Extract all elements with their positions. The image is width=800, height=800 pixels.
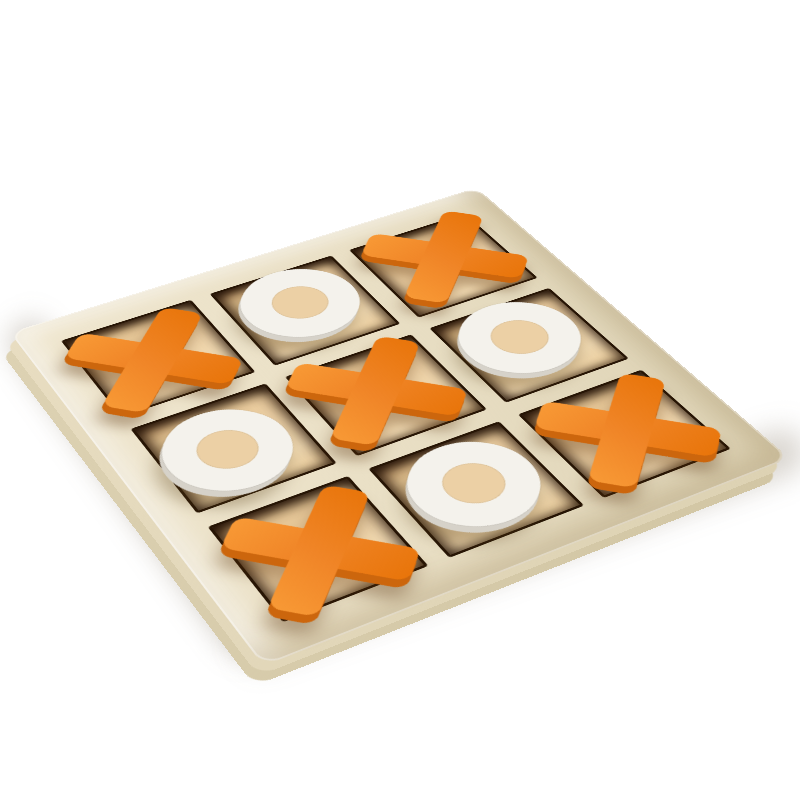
o-ring — [436, 290, 604, 387]
piece-x[interactable] — [527, 369, 731, 492]
board-3d-stage — [100, 108, 670, 678]
o-ring — [220, 257, 381, 350]
piece-x[interactable] — [356, 208, 536, 307]
tictactoe-board — [10, 188, 790, 666]
product-photo-scene — [0, 0, 800, 800]
o-ring — [141, 395, 316, 506]
piece-x[interactable] — [216, 481, 428, 621]
o-ring — [383, 427, 566, 542]
piece-o[interactable] — [210, 252, 393, 357]
board-grid — [10, 188, 790, 666]
